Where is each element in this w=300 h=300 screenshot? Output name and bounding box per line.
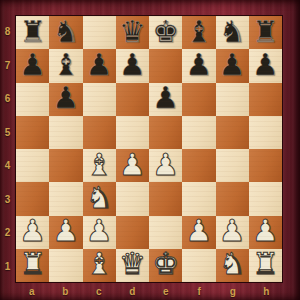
square-e3[interactable] (149, 182, 182, 215)
file-label-f: f (183, 283, 217, 299)
piece-white-bishop[interactable]: ♝ (86, 249, 113, 279)
square-c6[interactable] (83, 83, 116, 116)
square-a7[interactable]: ♟ (16, 49, 49, 82)
piece-white-bishop[interactable]: ♝ (86, 150, 113, 180)
square-e5[interactable] (149, 116, 182, 149)
square-f1[interactable] (182, 249, 215, 282)
file-label-b: b (49, 283, 83, 299)
piece-white-pawn[interactable]: ♟ (152, 150, 179, 180)
piece-black-pawn[interactable]: ♟ (19, 50, 46, 80)
square-b4[interactable] (49, 149, 82, 182)
square-a1[interactable]: ♜ (16, 249, 49, 282)
file-label-h: h (250, 283, 284, 299)
piece-black-king[interactable]: ♚ (152, 17, 179, 47)
square-b1[interactable] (49, 249, 82, 282)
rank-label-4: 4 (0, 149, 15, 183)
square-g7[interactable]: ♟ (216, 49, 249, 82)
file-labels: abcdefgh (15, 283, 283, 299)
square-d6[interactable] (116, 83, 149, 116)
square-e2[interactable] (149, 216, 182, 249)
square-f6[interactable] (182, 83, 215, 116)
piece-black-pawn[interactable]: ♟ (252, 50, 279, 80)
square-f3[interactable] (182, 182, 215, 215)
square-d3[interactable] (116, 182, 149, 215)
piece-white-pawn[interactable]: ♟ (119, 150, 146, 180)
square-g8[interactable]: ♞ (216, 16, 249, 49)
square-h4[interactable] (249, 149, 282, 182)
square-e1[interactable]: ♚ (149, 249, 182, 282)
square-d4[interactable]: ♟ (116, 149, 149, 182)
square-a4[interactable] (16, 149, 49, 182)
square-h1[interactable]: ♜ (249, 249, 282, 282)
piece-white-rook[interactable]: ♜ (19, 249, 46, 279)
square-f8[interactable]: ♝ (182, 16, 215, 49)
rank-label-2: 2 (0, 216, 15, 250)
piece-black-pawn[interactable]: ♟ (185, 50, 212, 80)
rank-label-7: 7 (0, 49, 15, 83)
square-c1[interactable]: ♝ (83, 249, 116, 282)
square-h3[interactable] (249, 182, 282, 215)
piece-black-pawn[interactable]: ♟ (219, 50, 246, 80)
square-e4[interactable]: ♟ (149, 149, 182, 182)
square-g1[interactable]: ♞ (216, 249, 249, 282)
rank-label-1: 1 (0, 250, 15, 284)
square-c3[interactable]: ♞ (83, 182, 116, 215)
square-d2[interactable] (116, 216, 149, 249)
piece-white-rook[interactable]: ♜ (252, 249, 279, 279)
square-a6[interactable] (16, 83, 49, 116)
piece-white-pawn[interactable]: ♟ (19, 216, 46, 246)
piece-white-knight[interactable]: ♞ (86, 183, 113, 213)
piece-black-pawn[interactable]: ♟ (152, 83, 179, 113)
piece-black-pawn[interactable]: ♟ (86, 50, 113, 80)
piece-white-king[interactable]: ♚ (152, 249, 179, 279)
piece-black-knight[interactable]: ♞ (52, 17, 79, 47)
square-c8[interactable] (83, 16, 116, 49)
square-b2[interactable]: ♟ (49, 216, 82, 249)
rank-label-8: 8 (0, 15, 15, 49)
file-label-e: e (149, 283, 183, 299)
square-g2[interactable]: ♟ (216, 216, 249, 249)
square-b3[interactable] (49, 182, 82, 215)
square-h2[interactable]: ♟ (249, 216, 282, 249)
square-e7[interactable] (149, 49, 182, 82)
piece-white-pawn[interactable]: ♟ (219, 216, 246, 246)
square-d7[interactable]: ♟ (116, 49, 149, 82)
piece-black-queen[interactable]: ♛ (119, 17, 146, 47)
piece-black-bishop[interactable]: ♝ (52, 50, 79, 80)
square-h7[interactable]: ♟ (249, 49, 282, 82)
square-a8[interactable]: ♜ (16, 16, 49, 49)
square-a5[interactable] (16, 116, 49, 149)
square-a2[interactable]: ♟ (16, 216, 49, 249)
piece-black-pawn[interactable]: ♟ (119, 50, 146, 80)
rank-label-5: 5 (0, 116, 15, 150)
piece-black-bishop[interactable]: ♝ (185, 17, 212, 47)
square-a3[interactable] (16, 182, 49, 215)
piece-white-pawn[interactable]: ♟ (52, 216, 79, 246)
rank-label-3: 3 (0, 183, 15, 217)
square-h8[interactable]: ♜ (249, 16, 282, 49)
piece-black-rook[interactable]: ♜ (252, 17, 279, 47)
square-e6[interactable]: ♟ (149, 83, 182, 116)
chess-diagram: 87654321 abcdefgh ♜♞♛♚♝♞♜♟♝♟♟♟♟♟♟♟♝♟♟♞♟♟… (0, 0, 300, 300)
square-e8[interactable]: ♚ (149, 16, 182, 49)
piece-black-knight[interactable]: ♞ (219, 17, 246, 47)
piece-white-pawn[interactable]: ♟ (86, 216, 113, 246)
square-c5[interactable] (83, 116, 116, 149)
piece-white-pawn[interactable]: ♟ (252, 216, 279, 246)
square-g6[interactable] (216, 83, 249, 116)
square-g5[interactable] (216, 116, 249, 149)
file-label-a: a (15, 283, 49, 299)
piece-white-pawn[interactable]: ♟ (185, 216, 212, 246)
rank-labels: 87654321 (0, 15, 15, 283)
square-d5[interactable] (116, 116, 149, 149)
square-f4[interactable] (182, 149, 215, 182)
square-b8[interactable]: ♞ (49, 16, 82, 49)
file-label-g: g (216, 283, 250, 299)
square-g3[interactable] (216, 182, 249, 215)
square-f5[interactable] (182, 116, 215, 149)
piece-white-knight[interactable]: ♞ (219, 249, 246, 279)
piece-black-pawn[interactable]: ♟ (52, 83, 79, 113)
file-label-d: d (116, 283, 150, 299)
square-c4[interactable]: ♝ (83, 149, 116, 182)
square-b5[interactable] (49, 116, 82, 149)
piece-white-queen[interactable]: ♛ (119, 249, 146, 279)
square-c7[interactable]: ♟ (83, 49, 116, 82)
square-f2[interactable]: ♟ (182, 216, 215, 249)
square-d8[interactable]: ♛ (116, 16, 149, 49)
square-h5[interactable] (249, 116, 282, 149)
rank-label-6: 6 (0, 82, 15, 116)
square-h6[interactable] (249, 83, 282, 116)
chess-board: ♜♞♛♚♝♞♜♟♝♟♟♟♟♟♟♟♝♟♟♞♟♟♟♟♟♟♜♝♛♚♞♜ (15, 15, 283, 283)
square-g4[interactable] (216, 149, 249, 182)
square-b7[interactable]: ♝ (49, 49, 82, 82)
file-label-c: c (82, 283, 116, 299)
square-b6[interactable]: ♟ (49, 83, 82, 116)
square-c2[interactable]: ♟ (83, 216, 116, 249)
piece-black-rook[interactable]: ♜ (19, 17, 46, 47)
square-d1[interactable]: ♛ (116, 249, 149, 282)
square-f7[interactable]: ♟ (182, 49, 215, 82)
